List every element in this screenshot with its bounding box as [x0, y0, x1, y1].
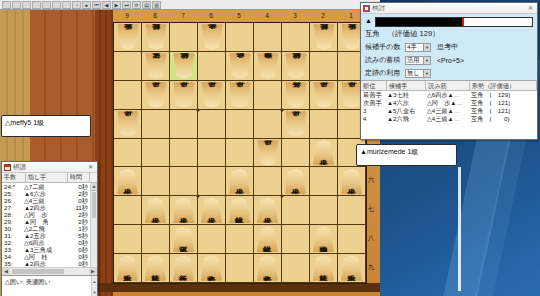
move-time: 0秒 — [68, 253, 88, 260]
board-cell[interactable] — [282, 254, 310, 283]
select-value: 4手 — [406, 43, 423, 52]
toolbar-icon[interactable] — [62, 1, 71, 9]
candidate-eval: 互角 ( 0) — [471, 115, 537, 123]
kifu-move-row[interactable]: 26:△4三銀0秒 — [2, 197, 97, 204]
sente-mark: ▲ — [365, 17, 372, 24]
kifu-move-row[interactable]: 28:△同 歩2秒 — [2, 211, 97, 218]
gote-piece-銀将[interactable]: 銀将 — [284, 53, 307, 79]
candidate-rank: 3 — [361, 107, 387, 115]
kifu-column-header: 時間 — [68, 173, 90, 182]
board-cell[interactable]: 歩兵 — [114, 110, 142, 139]
file-label: 9 — [113, 11, 141, 21]
move-text: △2二飛 — [24, 225, 68, 232]
close-icon[interactable]: ✕ — [526, 4, 535, 12]
sente-piece-歩兵[interactable]: 歩兵 — [340, 169, 363, 195]
sente-piece-歩兵[interactable]: 歩兵 — [172, 198, 195, 224]
board-cell[interactable]: 歩兵 — [226, 81, 254, 110]
move-number: 32: — [2, 239, 24, 246]
board-cell[interactable]: 歩兵 — [338, 167, 366, 196]
sente-piece-香車[interactable]: 香車 — [116, 255, 139, 281]
board-cell[interactable] — [226, 23, 254, 52]
gote-piece-歩兵[interactable]: 歩兵 — [256, 140, 279, 166]
board-cell[interactable] — [282, 139, 310, 168]
candidate-moves-table: 順位候補手読み筋形勢（評価値） 最善手▲3七桂△6四歩▲…互角 ( 129)次善… — [361, 80, 537, 123]
toolbar-icon[interactable]: ⏮ — [92, 1, 101, 9]
scrollbar-thumb[interactable] — [92, 192, 96, 218]
gote-piece-歩兵[interactable]: 歩兵 — [312, 82, 335, 108]
candidate-column-header: 形勢（評価値） — [470, 81, 537, 90]
move-text: △同 歩 — [24, 211, 68, 218]
candidate-move: ▲4六歩 — [387, 99, 427, 107]
analysis-titlebar[interactable]: 検討 ✕ — [361, 3, 537, 14]
sente-piece-桂馬[interactable]: 桂馬 — [144, 255, 167, 281]
toolbar-icon[interactable] — [12, 1, 21, 9]
kifu-move-row[interactable]: 27:▲2四歩11秒 — [2, 204, 97, 211]
kifu-comment-text: △囲い: 美濃囲い — [5, 278, 51, 285]
select-value: 無し — [406, 69, 423, 78]
board-cell[interactable]: 飛車 — [310, 225, 338, 254]
board-cell[interactable]: 玉将 — [142, 52, 170, 81]
board-cell[interactable] — [114, 52, 142, 81]
board-cell[interactable] — [254, 23, 282, 52]
board-cell[interactable] — [310, 52, 338, 81]
board-cell[interactable]: 歩兵 — [282, 167, 310, 196]
kifu-move-row[interactable]: 24:*△7二銀0秒 — [2, 183, 97, 190]
scrollbar-track[interactable] — [10, 268, 89, 275]
toolbar-icon[interactable] — [2, 1, 11, 9]
board-cell[interactable]: 桂馬 — [310, 23, 338, 52]
move-text: ▲2四歩 — [24, 204, 68, 211]
move-text: ▲同 角 — [24, 218, 68, 225]
kifu-column-headers: 手数指し手時間 — [2, 173, 97, 183]
candidate-pv: △4三銀▲… — [427, 107, 471, 115]
gote-piece-歩兵[interactable]: 歩兵 — [172, 82, 195, 108]
board-cell[interactable] — [142, 167, 170, 196]
evaluation-bar — [375, 17, 533, 27]
board-cell[interactable]: 歩兵 — [114, 167, 142, 196]
move-text: ▲3三角成 — [24, 246, 68, 253]
chevron-down-icon[interactable]: ▼ — [423, 44, 430, 51]
move-text: △同 桂 — [24, 253, 68, 260]
gote-piece-香車[interactable]: 香車 — [116, 24, 139, 50]
board-cell[interactable]: 桂馬 — [142, 254, 170, 283]
gote-piece-角行[interactable]: 角行 — [284, 82, 307, 108]
board-cell[interactable] — [254, 110, 282, 139]
board-cell[interactable]: 香車 — [338, 254, 366, 283]
board-cell[interactable] — [254, 81, 282, 110]
board-cell[interactable]: 飛車 — [254, 52, 282, 81]
move-time: 0秒 — [68, 246, 88, 253]
candidate-count-row: 候補手の数 4手 ▼ 思考中 — [365, 42, 458, 52]
file-label: 7 — [169, 11, 197, 21]
board-cell[interactable] — [282, 23, 310, 52]
candidate-move: ▲5八金右 — [387, 107, 427, 115]
move-text: ▲6六歩 — [24, 190, 68, 197]
board-cell[interactable] — [310, 167, 338, 196]
move-text: ▲2四歩 — [24, 260, 68, 267]
move-time: 11秒 — [68, 204, 88, 211]
board-cell[interactable] — [142, 110, 170, 139]
board-cell[interactable]: 歩兵 — [198, 196, 226, 225]
evaluation-bar-sente-fill — [376, 18, 462, 26]
sente-player-name: ▲murizemede 1級 — [360, 148, 418, 155]
move-time: 0秒 — [68, 183, 88, 190]
sente-piece-香車[interactable]: 香車 — [340, 255, 363, 281]
board-cell[interactable] — [198, 167, 226, 196]
sente-piece-金将[interactable]: 金将 — [200, 255, 223, 281]
gote-piece-桂馬[interactable]: 桂馬 — [144, 24, 167, 50]
sente-piece-歩兵[interactable]: 歩兵 — [228, 169, 251, 195]
kifu-comment-box: △囲い: 美濃囲い ▲▼ — [2, 275, 97, 296]
setting-label: 読みの蓄積 — [365, 55, 405, 65]
board-cell[interactable] — [310, 110, 338, 139]
board-cell[interactable]: 桂馬 — [310, 254, 338, 283]
file-label: 2 — [309, 11, 337, 21]
gote-piece-玉将[interactable]: 玉将 — [144, 53, 167, 79]
gote-piece-金将[interactable]: 金将 — [200, 24, 223, 50]
scroll-up-icon[interactable]: ▲ — [91, 183, 97, 191]
board-cell[interactable] — [282, 225, 310, 254]
toolbar-icon[interactable]: ▤ — [142, 1, 151, 9]
candidate-move: ▲3七桂 — [387, 91, 427, 99]
board-cell[interactable] — [170, 167, 198, 196]
toolbar-icon[interactable]: ▶ — [112, 1, 121, 9]
candidate-column-header: 読み筋 — [426, 81, 470, 90]
scroll-left-icon[interactable]: ◀ — [2, 268, 10, 275]
gote-player-box: △meffy5 1級 — [1, 115, 91, 137]
board-cell[interactable]: 歩兵 — [170, 196, 198, 225]
board-cell[interactable] — [142, 139, 170, 168]
evaluation-status: 互角 （評価値 129） — [365, 29, 440, 39]
gote-piece-桂馬[interactable]: 桂馬 — [312, 24, 335, 50]
analysis-window-icon — [363, 5, 370, 12]
board-cell[interactable] — [254, 167, 282, 196]
candidate-move-row[interactable]: 4▲2六飛△4三銀▲…互角 ( 0) — [361, 115, 537, 123]
candidate-move-row[interactable]: 次善手▲4六歩△同 歩▲…互角 ( 121) — [361, 99, 537, 107]
gote-piece-歩兵[interactable]: 歩兵 — [228, 82, 251, 108]
move-text: △6四歩 — [24, 239, 68, 246]
board-cell[interactable]: 香車 — [114, 23, 142, 52]
close-icon[interactable]: ✕ — [86, 163, 95, 171]
board-cell[interactable]: 銀将 — [282, 52, 310, 81]
background-window-edge — [458, 167, 461, 291]
candidate-column-header: 候補手 — [387, 81, 427, 90]
kifu-vertical-scrollbar[interactable]: ▲ — [90, 183, 97, 267]
toolbar-icon[interactable]: ⟳ — [132, 1, 141, 9]
sente-piece-歩兵[interactable]: 歩兵 — [312, 140, 335, 166]
sente-piece-角行[interactable]: 角行 — [172, 255, 195, 281]
toolbar-icon[interactable]: ▥ — [152, 1, 161, 9]
setting-label: 定跡の利用 — [365, 68, 405, 78]
kifu-move-list[interactable]: 24:*△7二銀0秒25:▲6六歩2秒26:△4三銀0秒27:▲2四歩11秒28… — [2, 183, 97, 267]
analysis-settings-panel: ▲ 互角 （評価値 129） 候補手の数 4手 ▼ 思考中 読みの蓄積 活用 ▼… — [361, 14, 537, 80]
board-cell[interactable]: 歩兵 — [282, 110, 310, 139]
file-label: 6 — [197, 11, 225, 21]
board-cell[interactable] — [310, 196, 338, 225]
board-cell[interactable]: 歩兵 — [170, 81, 198, 110]
gote-piece-歩兵[interactable]: 歩兵 — [284, 111, 307, 137]
kifu-move-row[interactable]: 25:▲6六歩2秒 — [2, 190, 97, 197]
candidate-pv: △4三銀▲… — [427, 115, 471, 123]
board-cell[interactable]: 角行 — [282, 81, 310, 110]
kifu-window: 棋譜 ✕ 手数指し手時間 24:*△7二銀0秒25:▲6六歩2秒26:△4三銀0… — [1, 161, 98, 296]
move-text: ▲2五歩 — [24, 232, 68, 239]
file-label: 8 — [141, 11, 169, 21]
board-cell[interactable] — [226, 139, 254, 168]
move-number: 33: — [2, 246, 24, 253]
gote-player-name: △meffy5 1級 — [5, 119, 44, 126]
kifu-move-row[interactable]: 31:▲2五歩5秒 — [2, 232, 97, 239]
board-cell[interactable]: 歩兵 — [198, 81, 226, 110]
gote-piece-歩兵[interactable]: 歩兵 — [144, 82, 167, 108]
board-cell[interactable] — [282, 196, 310, 225]
board-cell[interactable]: 歩兵 — [142, 196, 170, 225]
board-cell[interactable]: 歩兵 — [310, 81, 338, 110]
board-cell[interactable] — [170, 110, 198, 139]
board-cell[interactable]: 金将 — [226, 52, 254, 81]
board-cell[interactable] — [114, 196, 142, 225]
candidate-table-headers: 順位候補手読み筋形勢（評価値） — [361, 81, 537, 91]
board-cell[interactable]: 歩兵 — [226, 167, 254, 196]
sente-piece-歩兵[interactable]: 歩兵 — [144, 198, 167, 224]
move-number: 31: — [2, 232, 24, 239]
sente-piece-歩兵[interactable]: 歩兵 — [200, 198, 223, 224]
sente-piece-桂馬[interactable]: 桂馬 — [312, 255, 335, 281]
board-cell[interactable]: 銀将 — [170, 52, 198, 81]
analysis-window: 検討 ✕ ▲ 互角 （評価値 129） 候補手の数 4手 ▼ 思考中 読みの蓄積… — [360, 2, 538, 140]
board-cell[interactable] — [198, 139, 226, 168]
candidate-rank: 次善手 — [361, 99, 387, 107]
sente-piece-金将[interactable]: 金将 — [256, 255, 279, 281]
move-number: 26: — [2, 197, 24, 204]
search-memory-select[interactable]: 活用 ▼ — [405, 56, 431, 65]
board-cell[interactable]: 王将 — [170, 225, 198, 254]
board-cell[interactable]: 金将 — [254, 254, 282, 283]
comment-scrollbar[interactable]: ▲▼ — [91, 276, 97, 296]
move-number: 24:* — [2, 183, 24, 190]
board-cell[interactable] — [142, 225, 170, 254]
toolbar-icon[interactable]: ⏹ — [82, 1, 91, 9]
board-cell[interactable] — [338, 196, 366, 225]
sente-player-box: ▲murizemede 1級 — [356, 144, 457, 166]
board-cell[interactable] — [114, 81, 142, 110]
kifu-window-icon — [4, 164, 11, 171]
board-cell[interactable] — [170, 139, 198, 168]
board-cell[interactable] — [226, 110, 254, 139]
board-cell[interactable]: 歩兵 — [254, 196, 282, 225]
toolbar-icon[interactable] — [42, 1, 51, 9]
sente-piece-銀将[interactable]: 銀将 — [228, 198, 251, 224]
gote-piece-歩兵[interactable]: 歩兵 — [200, 82, 223, 108]
candidate-pv: △6四歩▲… — [427, 91, 471, 99]
board-cell[interactable] — [338, 225, 366, 254]
board-cell[interactable] — [198, 110, 226, 139]
move-number: 34: — [2, 253, 24, 260]
chevron-down-icon[interactable]: ▼ — [423, 57, 430, 64]
candidate-rank: 4 — [361, 115, 387, 123]
kifu-move-row[interactable]: 29:▲同 角2秒 — [2, 218, 97, 225]
move-time: 2秒 — [68, 190, 88, 197]
toolbar-icon[interactable]: ◀ — [102, 1, 111, 9]
kifu-titlebar[interactable]: 棋譜 ✕ — [2, 162, 97, 173]
setting-label: 候補手の数 — [365, 42, 405, 52]
scrollbar-thumb[interactable] — [12, 269, 64, 274]
file-label: 4 — [253, 11, 281, 21]
move-time: 0秒 — [68, 260, 88, 267]
move-time: 5秒 — [68, 232, 88, 239]
joseki-use-row: 定跡の利用 無し ▼ — [365, 68, 437, 78]
kifu-move-row[interactable]: 35:▲2四歩0秒 — [2, 260, 97, 267]
sente-piece-銀将[interactable]: 銀将 — [256, 226, 279, 252]
move-number: 27: — [2, 204, 24, 211]
board-frame-bottom — [95, 283, 380, 292]
sente-piece-歩兵[interactable]: 歩兵 — [256, 198, 279, 224]
candidate-eval: 互角 ( 121) — [471, 99, 537, 107]
chevron-down-icon[interactable]: ▼ — [423, 70, 430, 77]
engine-name: <Pro+5> — [437, 57, 464, 64]
move-text: △7二銀 — [24, 183, 68, 190]
board-cell[interactable]: 歩兵 — [310, 139, 338, 168]
move-number: 30: — [2, 225, 24, 232]
toolbar-icon[interactable] — [22, 1, 31, 9]
select-value: 活用 — [406, 56, 423, 65]
candidate-table-body: 最善手▲3七桂△6四歩▲…互角 ( 129)次善手▲4六歩△同 歩▲…互角 ( … — [361, 91, 537, 123]
board-cell[interactable]: 金将 — [198, 254, 226, 283]
kifu-window-title: 棋譜 — [13, 163, 86, 172]
board-cell[interactable] — [114, 139, 142, 168]
board-file-labels: 987654321 — [113, 11, 365, 21]
file-label: 3 — [281, 11, 309, 21]
gote-piece-歩兵[interactable]: 歩兵 — [116, 111, 139, 137]
analysis-window-title: 検討 — [372, 4, 526, 13]
board-cell[interactable] — [226, 225, 254, 254]
board-cell[interactable]: 金将 — [198, 23, 226, 52]
sente-piece-歩兵[interactable]: 歩兵 — [284, 169, 307, 195]
board-cell[interactable]: 歩兵 — [142, 81, 170, 110]
sente-piece-王将[interactable]: 王将 — [172, 226, 195, 252]
thinking-status: 思考中 — [437, 42, 458, 52]
board-cell[interactable] — [226, 254, 254, 283]
toolbar-icon[interactable] — [52, 1, 61, 9]
shogi-board[interactable]: 香車桂馬金将桂馬香車玉将銀将金将飛車銀将歩兵歩兵歩兵歩兵角行歩兵歩兵歩兵歩兵歩兵… — [113, 22, 367, 284]
move-time: 0秒 — [68, 239, 88, 246]
kifu-move-row[interactable]: 33:▲3三角成0秒 — [2, 246, 97, 253]
candidate-column-header: 順位 — [361, 81, 387, 90]
kifu-column-header: 手数 — [2, 173, 26, 182]
kifu-move-row[interactable]: 34:△同 桂0秒 — [2, 253, 97, 260]
candidate-move-row[interactable]: 3▲5八金右△4三銀▲…互角 ( 121) — [361, 107, 537, 115]
file-label: 5 — [225, 11, 253, 21]
candidate-eval: 互角 ( 121) — [471, 107, 537, 115]
gote-piece-飛車[interactable]: 飛車 — [256, 53, 279, 79]
move-number: 29: — [2, 218, 24, 225]
kifu-horizontal-scrollbar[interactable]: ◀ ▶ — [2, 267, 97, 275]
toolbar: ◔⏹⏮◀▶⏭⟳▤▥ — [0, 0, 380, 10]
board-cell[interactable]: 桂馬 — [142, 23, 170, 52]
sente-piece-歩兵[interactable]: 歩兵 — [116, 169, 139, 195]
board-cell[interactable]: 銀将 — [254, 225, 282, 254]
gote-piece-銀将[interactable]: 銀将 — [172, 53, 195, 79]
candidate-pv: △同 歩▲… — [427, 99, 471, 107]
move-time: 1秒 — [68, 225, 88, 232]
kifu-move-row[interactable]: 30:△2二飛1秒 — [2, 225, 97, 232]
evaluation-bar-marker — [462, 18, 464, 26]
move-number: 35: — [2, 260, 24, 267]
move-time: 2秒 — [68, 218, 88, 225]
board-cell[interactable] — [114, 225, 142, 254]
move-time: 0秒 — [68, 197, 88, 204]
move-time: 2秒 — [68, 211, 88, 218]
candidate-count-select[interactable]: 4手 ▼ — [405, 43, 431, 52]
board-cell[interactable] — [198, 225, 226, 254]
kifu-column-header: 指し手 — [26, 173, 68, 182]
joseki-use-select[interactable]: 無し ▼ — [405, 69, 431, 78]
toolbar-icon[interactable]: ◔ — [72, 1, 81, 9]
toolbar-icon[interactable] — [32, 1, 41, 9]
kifu-move-row[interactable]: 32:△6四歩0秒 — [2, 239, 97, 246]
gote-piece-金将[interactable]: 金将 — [228, 53, 251, 79]
candidate-move: ▲2六飛 — [387, 115, 427, 123]
board-cell[interactable] — [170, 23, 198, 52]
board-cell[interactable] — [198, 52, 226, 81]
search-memory-row: 読みの蓄積 活用 ▼ <Pro+5> — [365, 55, 464, 65]
sente-piece-飛車[interactable]: 飛車 — [312, 226, 335, 252]
board-cell[interactable]: 銀将 — [226, 196, 254, 225]
board-cell[interactable]: 角行 — [170, 254, 198, 283]
move-number: 25: — [2, 190, 24, 197]
candidate-eval: 互角 ( 129) — [471, 91, 537, 99]
board-cell[interactable]: 歩兵 — [254, 139, 282, 168]
move-number: 28: — [2, 211, 24, 218]
candidate-move-row[interactable]: 最善手▲3七桂△6四歩▲…互角 ( 129) — [361, 91, 537, 99]
scroll-right-icon[interactable]: ▶ — [89, 268, 97, 275]
board-cell[interactable]: 香車 — [114, 254, 142, 283]
candidate-rank: 最善手 — [361, 91, 387, 99]
move-text: △4三銀 — [24, 197, 68, 204]
toolbar-icon[interactable]: ⏭ — [122, 1, 131, 9]
